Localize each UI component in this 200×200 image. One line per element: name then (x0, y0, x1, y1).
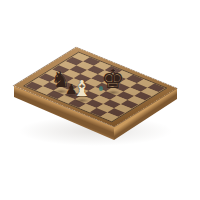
photo-artifact (99, 86, 103, 91)
pieces-layer: ♞♟♝♚ (0, 0, 200, 200)
product-photo: ♞♟♝♚ (0, 0, 200, 200)
